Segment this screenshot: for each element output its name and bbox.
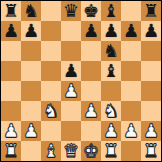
square-a4[interactable] <box>1 81 21 101</box>
black-queen-piece[interactable]: ♛ <box>63 1 79 21</box>
black-rook-piece[interactable]: ♜ <box>143 1 159 21</box>
white-pawn-piece[interactable]: ♟ <box>3 121 19 141</box>
square-g4[interactable] <box>121 81 141 101</box>
white-pawn-piece[interactable]: ♟ <box>63 81 79 101</box>
square-e8[interactable]: ♚ <box>81 1 101 21</box>
square-e7[interactable]: ♟ <box>81 21 101 41</box>
square-d8[interactable]: ♛ <box>61 1 81 21</box>
black-king-piece[interactable]: ♚ <box>83 1 99 21</box>
square-b8[interactable]: ♞ <box>21 1 41 21</box>
square-h7[interactable]: ♟ <box>141 21 161 41</box>
black-pawn-piece[interactable]: ♟ <box>23 21 39 41</box>
square-c4[interactable] <box>41 81 61 101</box>
square-h8[interactable]: ♜ <box>141 1 161 21</box>
black-pawn-piece[interactable]: ♟ <box>63 61 79 81</box>
square-h3[interactable] <box>141 101 161 121</box>
square-d6[interactable] <box>61 41 81 61</box>
square-c6[interactable] <box>41 41 61 61</box>
square-h1[interactable]: ♜ <box>141 141 161 161</box>
square-c5[interactable] <box>41 61 61 81</box>
square-f6[interactable]: ♞ <box>101 41 121 61</box>
square-g1[interactable] <box>121 141 141 161</box>
square-b7[interactable]: ♟ <box>21 21 41 41</box>
square-f4[interactable] <box>101 81 121 101</box>
square-h5[interactable] <box>141 61 161 81</box>
square-g2[interactable]: ♟ <box>121 121 141 141</box>
white-rook-piece[interactable]: ♜ <box>3 141 19 161</box>
square-a6[interactable] <box>1 41 21 61</box>
square-a1[interactable]: ♜ <box>1 141 21 161</box>
white-rook-piece[interactable]: ♜ <box>103 141 119 161</box>
white-pawn-piece[interactable]: ♟ <box>123 121 139 141</box>
white-rook-piece[interactable]: ♜ <box>143 141 159 161</box>
square-d3[interactable] <box>61 101 81 121</box>
white-bishop-piece[interactable]: ♝ <box>43 141 59 161</box>
square-f8[interactable]: ♝ <box>101 1 121 21</box>
chess-board: ♜♞♛♚♝♜♟♟♟♟♟♟♞♟♝♟♞♟♞♟♟♟♟♟♜♝♛♚♜♜ <box>1 1 161 161</box>
white-pawn-piece[interactable]: ♟ <box>83 101 99 121</box>
square-a3[interactable] <box>1 101 21 121</box>
square-d2[interactable] <box>61 121 81 141</box>
white-king-piece[interactable]: ♚ <box>83 141 99 161</box>
black-bishop-piece[interactable]: ♝ <box>103 1 119 21</box>
white-queen-piece[interactable]: ♛ <box>63 141 79 161</box>
square-e1[interactable]: ♚ <box>81 141 101 161</box>
square-b4[interactable] <box>21 81 41 101</box>
square-a7[interactable]: ♟ <box>1 21 21 41</box>
black-pawn-piece[interactable]: ♟ <box>103 21 119 41</box>
square-e6[interactable] <box>81 41 101 61</box>
square-f5[interactable]: ♝ <box>101 61 121 81</box>
square-h4[interactable] <box>141 81 161 101</box>
square-f1[interactable]: ♜ <box>101 141 121 161</box>
square-a8[interactable]: ♜ <box>1 1 21 21</box>
square-d1[interactable]: ♛ <box>61 141 81 161</box>
black-bishop-piece[interactable]: ♝ <box>103 61 119 81</box>
black-pawn-piece[interactable]: ♟ <box>143 21 159 41</box>
square-b2[interactable]: ♟ <box>21 121 41 141</box>
black-pawn-piece[interactable]: ♟ <box>123 21 139 41</box>
square-a2[interactable]: ♟ <box>1 121 21 141</box>
square-b1[interactable] <box>21 141 41 161</box>
square-g6[interactable] <box>121 41 141 61</box>
square-c2[interactable] <box>41 121 61 141</box>
black-pawn-piece[interactable]: ♟ <box>83 21 99 41</box>
square-f2[interactable]: ♟ <box>101 121 121 141</box>
square-c8[interactable] <box>41 1 61 21</box>
square-e2[interactable] <box>81 121 101 141</box>
square-f7[interactable]: ♟ <box>101 21 121 41</box>
white-pawn-piece[interactable]: ♟ <box>103 121 119 141</box>
white-pawn-piece[interactable]: ♟ <box>23 121 39 141</box>
square-e5[interactable] <box>81 61 101 81</box>
square-d5[interactable]: ♟ <box>61 61 81 81</box>
white-knight-piece[interactable]: ♞ <box>103 101 119 121</box>
black-knight-piece[interactable]: ♞ <box>103 41 119 61</box>
black-knight-piece[interactable]: ♞ <box>23 1 39 21</box>
square-c7[interactable] <box>41 21 61 41</box>
white-pawn-piece[interactable]: ♟ <box>143 121 159 141</box>
black-pawn-piece[interactable]: ♟ <box>3 21 19 41</box>
square-d7[interactable] <box>61 21 81 41</box>
square-g7[interactable]: ♟ <box>121 21 141 41</box>
square-d4[interactable]: ♟ <box>61 81 81 101</box>
square-h2[interactable]: ♟ <box>141 121 161 141</box>
square-e4[interactable] <box>81 81 101 101</box>
square-g3[interactable] <box>121 101 141 121</box>
square-a5[interactable] <box>1 61 21 81</box>
black-rook-piece[interactable]: ♜ <box>3 1 19 21</box>
square-f3[interactable]: ♞ <box>101 101 121 121</box>
chess-board-frame: ♜♞♛♚♝♜♟♟♟♟♟♟♞♟♝♟♞♟♞♟♟♟♟♟♜♝♛♚♜♜ <box>0 0 162 162</box>
square-g5[interactable] <box>121 61 141 81</box>
square-e3[interactable]: ♟ <box>81 101 101 121</box>
square-b5[interactable] <box>21 61 41 81</box>
square-g8[interactable] <box>121 1 141 21</box>
square-c1[interactable]: ♝ <box>41 141 61 161</box>
white-knight-piece[interactable]: ♞ <box>43 101 59 121</box>
square-b6[interactable] <box>21 41 41 61</box>
square-c3[interactable]: ♞ <box>41 101 61 121</box>
square-h6[interactable] <box>141 41 161 61</box>
square-b3[interactable] <box>21 101 41 121</box>
